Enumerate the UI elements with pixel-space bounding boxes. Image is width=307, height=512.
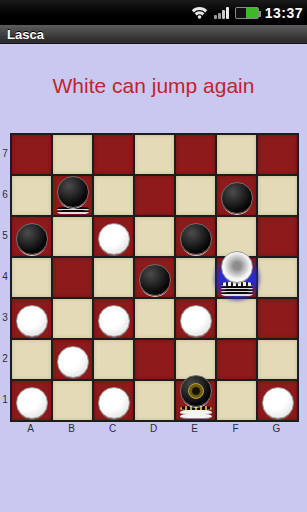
square-a4[interactable] bbox=[11, 257, 52, 298]
file-label-g: G bbox=[256, 423, 297, 434]
rank-labels: 7654321 bbox=[0, 133, 10, 420]
square-b7[interactable] bbox=[52, 134, 93, 175]
square-c2[interactable] bbox=[93, 339, 134, 380]
file-label-c: C bbox=[92, 423, 133, 434]
white-prisoner-band bbox=[180, 414, 212, 419]
square-c1[interactable] bbox=[93, 380, 134, 421]
square-c3[interactable] bbox=[93, 298, 134, 339]
square-b1[interactable] bbox=[52, 380, 93, 421]
white-soldier-disc bbox=[57, 346, 89, 378]
square-c5[interactable] bbox=[93, 216, 134, 257]
file-label-b: B bbox=[51, 423, 92, 434]
status-bar-clock: 13:37 bbox=[265, 5, 303, 21]
piece-stack[interactable] bbox=[180, 305, 212, 337]
square-a7[interactable] bbox=[11, 134, 52, 175]
square-e3[interactable] bbox=[175, 298, 216, 339]
rank-label-4: 4 bbox=[0, 256, 10, 297]
square-f1[interactable] bbox=[216, 380, 257, 421]
square-b6[interactable] bbox=[52, 175, 93, 216]
square-d3[interactable] bbox=[134, 298, 175, 339]
square-f7[interactable] bbox=[216, 134, 257, 175]
square-e2[interactable] bbox=[175, 339, 216, 380]
square-a5[interactable] bbox=[11, 216, 52, 257]
game-status-message: White can jump again bbox=[0, 74, 307, 98]
app-title: Lasca bbox=[7, 27, 44, 42]
square-c4[interactable] bbox=[93, 257, 134, 298]
officer-gold-mark bbox=[188, 383, 204, 399]
square-g3[interactable] bbox=[257, 298, 298, 339]
square-a1[interactable] bbox=[11, 380, 52, 421]
square-d4[interactable] bbox=[134, 257, 175, 298]
piece-stack[interactable] bbox=[139, 264, 171, 296]
square-f3[interactable] bbox=[216, 298, 257, 339]
piece-stack[interactable] bbox=[221, 182, 253, 214]
piece-stack[interactable] bbox=[180, 375, 212, 419]
piece-stack[interactable] bbox=[98, 387, 130, 419]
rank-label-1: 1 bbox=[0, 379, 10, 420]
white-soldier-disc bbox=[180, 305, 212, 337]
square-b3[interactable] bbox=[52, 298, 93, 339]
rank-label-3: 3 bbox=[0, 297, 10, 338]
piece-stack[interactable] bbox=[16, 305, 48, 337]
piece-stack[interactable] bbox=[262, 387, 294, 419]
rank-label-5: 5 bbox=[0, 215, 10, 256]
square-d7[interactable] bbox=[134, 134, 175, 175]
wifi-icon bbox=[191, 6, 208, 19]
square-d1[interactable] bbox=[134, 380, 175, 421]
piece-stack[interactable] bbox=[98, 305, 130, 337]
square-f4[interactable] bbox=[216, 257, 257, 298]
app-title-bar: Lasca bbox=[0, 25, 307, 44]
square-d5[interactable] bbox=[134, 216, 175, 257]
black-soldier-disc bbox=[221, 182, 253, 214]
white-soldier-disc bbox=[16, 305, 48, 337]
piece-stack[interactable] bbox=[57, 346, 89, 378]
file-label-a: A bbox=[10, 423, 51, 434]
square-e5[interactable] bbox=[175, 216, 216, 257]
piece-stack[interactable] bbox=[98, 223, 130, 255]
square-g5[interactable] bbox=[257, 216, 298, 257]
black-prisoner-band bbox=[221, 292, 253, 296]
white-soldier-disc bbox=[98, 387, 130, 419]
rank-label-7: 7 bbox=[0, 133, 10, 174]
black-prisoner-band bbox=[57, 210, 89, 214]
square-f2[interactable] bbox=[216, 339, 257, 380]
black-soldier-disc bbox=[16, 223, 48, 255]
signal-strength-icon bbox=[214, 7, 229, 19]
square-g2[interactable] bbox=[257, 339, 298, 380]
white-soldier-disc bbox=[98, 305, 130, 337]
square-e4[interactable] bbox=[175, 257, 216, 298]
square-a3[interactable] bbox=[11, 298, 52, 339]
square-b2[interactable] bbox=[52, 339, 93, 380]
square-a2[interactable] bbox=[11, 339, 52, 380]
square-e1[interactable] bbox=[175, 380, 216, 421]
black-soldier-disc bbox=[57, 176, 89, 208]
rank-label-2: 2 bbox=[0, 338, 10, 379]
file-label-e: E bbox=[174, 423, 215, 434]
piece-stack[interactable] bbox=[16, 223, 48, 255]
square-g6[interactable] bbox=[257, 175, 298, 216]
square-g1[interactable] bbox=[257, 380, 298, 421]
battery-icon bbox=[235, 7, 259, 19]
piece-stack[interactable] bbox=[16, 387, 48, 419]
square-b5[interactable] bbox=[52, 216, 93, 257]
lasca-app-screen: 13:37 Lasca White can jump again 7654321… bbox=[0, 0, 307, 512]
white-officer-disc bbox=[221, 251, 253, 283]
square-d6[interactable] bbox=[134, 175, 175, 216]
square-e7[interactable] bbox=[175, 134, 216, 175]
rank-label-6: 6 bbox=[0, 174, 10, 215]
file-label-d: D bbox=[133, 423, 174, 434]
square-c7[interactable] bbox=[93, 134, 134, 175]
white-soldier-disc bbox=[98, 223, 130, 255]
square-f6[interactable] bbox=[216, 175, 257, 216]
android-status-bar: 13:37 bbox=[0, 0, 307, 25]
square-g4[interactable] bbox=[257, 257, 298, 298]
square-a6[interactable] bbox=[11, 175, 52, 216]
square-d2[interactable] bbox=[134, 339, 175, 380]
black-soldier-disc bbox=[139, 264, 171, 296]
lasca-board bbox=[10, 133, 299, 422]
black-soldier-disc bbox=[180, 223, 212, 255]
black-officer-disc bbox=[180, 375, 212, 407]
white-soldier-disc bbox=[16, 387, 48, 419]
square-g7[interactable] bbox=[257, 134, 298, 175]
white-soldier-disc bbox=[262, 387, 294, 419]
file-label-f: F bbox=[215, 423, 256, 434]
piece-stack[interactable] bbox=[180, 223, 212, 255]
square-b4[interactable] bbox=[52, 257, 93, 298]
file-labels: ABCDEFG bbox=[10, 423, 299, 434]
square-c6[interactable] bbox=[93, 175, 134, 216]
square-e6[interactable] bbox=[175, 175, 216, 216]
piece-stack[interactable] bbox=[221, 251, 253, 296]
piece-stack[interactable] bbox=[57, 176, 89, 214]
